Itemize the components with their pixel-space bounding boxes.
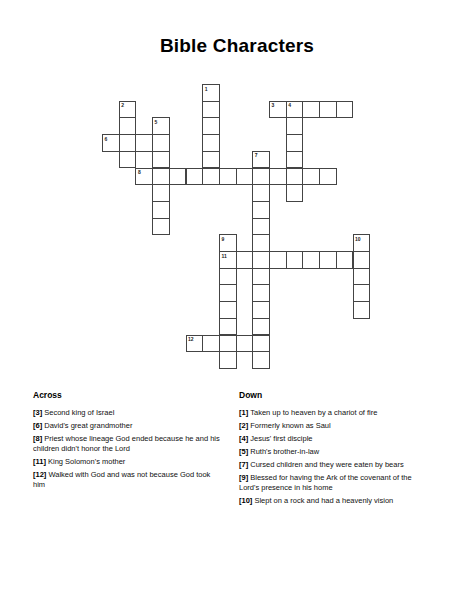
down-clue-list: [1] Taken up to heaven by a chariot of f… bbox=[239, 408, 429, 506]
cell-r12c7[interactable] bbox=[219, 284, 237, 302]
cell-r13c9[interactable] bbox=[252, 301, 270, 319]
cell-r1c13[interactable] bbox=[319, 101, 337, 119]
cell-r5c12[interactable] bbox=[302, 168, 320, 186]
cell-number-10: 10 bbox=[355, 236, 361, 242]
clue-across-11: [11] King Solomon's mother bbox=[33, 457, 224, 467]
clue-text: David's great grandmother bbox=[44, 421, 132, 430]
cell-r5c13[interactable] bbox=[319, 168, 337, 186]
cell-r2c11[interactable] bbox=[286, 117, 304, 135]
cell-r4c9[interactable]: 7 bbox=[252, 151, 270, 169]
cell-r12c9[interactable] bbox=[252, 284, 270, 302]
cell-r13c7[interactable] bbox=[219, 301, 237, 319]
cell-r5c3[interactable] bbox=[152, 168, 170, 186]
clue-down-2: [2] Formerly known as Saul bbox=[239, 421, 429, 431]
clue-across-3: [3] Second king of Israel bbox=[33, 408, 224, 418]
cell-r0c6[interactable]: 1 bbox=[202, 84, 220, 102]
clue-down-9: [9] Blessed for having the Ark of the co… bbox=[239, 473, 429, 493]
cell-number-8: 8 bbox=[138, 169, 141, 175]
cell-r11c9[interactable] bbox=[252, 268, 270, 286]
cell-r9c9[interactable] bbox=[252, 234, 270, 252]
clue-number: [9] bbox=[239, 473, 250, 482]
clue-number: [10] bbox=[239, 496, 254, 505]
cell-r6c3[interactable] bbox=[152, 184, 170, 202]
cell-number-4: 4 bbox=[288, 102, 291, 108]
cell-r9c7[interactable]: 9 bbox=[219, 234, 237, 252]
cell-r4c6[interactable] bbox=[202, 151, 220, 169]
clue-across-8: [8] Priest whose lineage God ended becau… bbox=[33, 434, 224, 454]
clue-down-1: [1] Taken up to heaven by a chariot of f… bbox=[239, 408, 429, 418]
clue-number: [3] bbox=[33, 408, 44, 417]
cell-r16c9[interactable] bbox=[252, 351, 270, 369]
cell-r15c7[interactable] bbox=[219, 335, 237, 353]
clue-number: [4] bbox=[239, 434, 250, 443]
clue-text: Jesus' first disciple bbox=[250, 434, 312, 443]
clue-text: Slept on a rock and had a heavenly visio… bbox=[254, 496, 393, 505]
cell-r10c9[interactable] bbox=[252, 251, 270, 269]
cell-r1c11[interactable]: 4 bbox=[286, 101, 304, 119]
cell-r2c6[interactable] bbox=[202, 117, 220, 135]
cell-number-2: 2 bbox=[121, 102, 124, 108]
cell-r5c5[interactable] bbox=[186, 168, 204, 186]
clue-text: Priest whose lineage God ended because h… bbox=[33, 434, 220, 453]
cell-r15c6[interactable] bbox=[202, 335, 220, 353]
cell-r6c11[interactable] bbox=[286, 184, 304, 202]
cell-r15c8[interactable] bbox=[236, 335, 254, 353]
cell-r4c11[interactable] bbox=[286, 151, 304, 169]
cell-r1c1[interactable]: 2 bbox=[119, 101, 137, 119]
cell-r14c9[interactable] bbox=[252, 318, 270, 336]
cell-r10c8[interactable] bbox=[236, 251, 254, 269]
cell-r1c14[interactable] bbox=[336, 101, 354, 119]
clue-number: [6] bbox=[33, 421, 44, 430]
crossword-page: Bible Characters 123456789101112 Across … bbox=[0, 0, 474, 613]
cell-number-5: 5 bbox=[155, 119, 158, 125]
cell-r15c5[interactable]: 12 bbox=[186, 335, 204, 353]
cell-r10c15[interactable] bbox=[353, 251, 371, 269]
cell-number-11: 11 bbox=[221, 253, 226, 259]
cell-r5c4[interactable] bbox=[169, 168, 187, 186]
cell-number-12: 12 bbox=[188, 336, 194, 342]
cell-r16c7[interactable] bbox=[219, 351, 237, 369]
clue-down-4: [4] Jesus' first disciple bbox=[239, 434, 429, 444]
cell-r4c3[interactable] bbox=[152, 151, 170, 169]
cell-r7c3[interactable] bbox=[152, 201, 170, 219]
clue-text: Walked with God and was not because God … bbox=[33, 470, 210, 489]
cell-r5c8[interactable] bbox=[236, 168, 254, 186]
cell-r15c9[interactable] bbox=[252, 335, 270, 353]
cell-r2c3[interactable]: 5 bbox=[152, 117, 170, 135]
cell-r5c10[interactable] bbox=[269, 168, 287, 186]
down-clues-section: Down [1] Taken up to heaven by a chariot… bbox=[239, 390, 429, 509]
clue-text: Blessed for having the Ark of the covena… bbox=[239, 473, 412, 492]
cell-r6c9[interactable] bbox=[252, 184, 270, 202]
across-clue-list: [3] Second king of Israel[6] David's gre… bbox=[33, 408, 224, 490]
clue-number: [8] bbox=[33, 434, 44, 443]
cell-r13c15[interactable] bbox=[353, 301, 371, 319]
clue-text: Taken up to heaven by a chariot of fire bbox=[250, 408, 377, 417]
clue-number: [1] bbox=[239, 408, 250, 417]
clue-number: [12] bbox=[33, 470, 48, 479]
clue-across-12: [12] Walked with God and was not because… bbox=[33, 470, 224, 490]
cell-r1c12[interactable] bbox=[302, 101, 320, 119]
cell-r5c2[interactable]: 8 bbox=[135, 168, 153, 186]
puzzle-title: Bible Characters bbox=[0, 35, 474, 57]
cell-r3c3[interactable] bbox=[152, 134, 170, 152]
cell-r3c0[interactable]: 6 bbox=[102, 134, 120, 152]
clue-text: King Solomon's mother bbox=[48, 457, 125, 466]
across-clues-section: Across [3] Second king of Israel[6] Davi… bbox=[33, 390, 224, 493]
cell-r12c15[interactable] bbox=[353, 284, 371, 302]
cell-r10c11[interactable] bbox=[286, 251, 304, 269]
across-heading: Across bbox=[33, 390, 224, 400]
clue-down-10: [10] Slept on a rock and had a heavenly … bbox=[239, 496, 429, 506]
clue-number: [2] bbox=[239, 421, 250, 430]
clue-text: Formerly known as Saul bbox=[250, 421, 330, 430]
cell-r7c9[interactable] bbox=[252, 201, 270, 219]
cell-r3c1[interactable] bbox=[119, 134, 137, 152]
cell-r1c6[interactable] bbox=[202, 101, 220, 119]
cell-r2c1[interactable] bbox=[119, 117, 137, 135]
cell-r14c7[interactable] bbox=[219, 318, 237, 336]
cell-r10c7[interactable]: 11 bbox=[219, 251, 237, 269]
cell-r3c6[interactable] bbox=[202, 134, 220, 152]
clue-number: [7] bbox=[239, 460, 250, 469]
cell-r9c15[interactable]: 10 bbox=[353, 234, 371, 252]
cell-r11c7[interactable] bbox=[219, 268, 237, 286]
clue-number: [5] bbox=[239, 447, 250, 456]
clue-down-5: [5] Ruth's brother-in-law bbox=[239, 447, 429, 457]
cell-r5c9[interactable] bbox=[252, 168, 270, 186]
clue-text: Cursed children and they were eaten by b… bbox=[250, 460, 403, 469]
cell-r3c2[interactable] bbox=[135, 134, 153, 152]
cell-r10c12[interactable] bbox=[302, 251, 320, 269]
cell-number-3: 3 bbox=[272, 102, 275, 108]
cell-r5c7[interactable] bbox=[219, 168, 237, 186]
cell-r1c10[interactable]: 3 bbox=[269, 101, 287, 119]
clue-number: [11] bbox=[33, 457, 48, 466]
clue-down-7: [7] Cursed children and they were eaten … bbox=[239, 460, 429, 470]
clue-text: Second king of Israel bbox=[44, 408, 114, 417]
cell-r4c1[interactable] bbox=[119, 151, 137, 169]
cell-r8c9[interactable] bbox=[252, 218, 270, 236]
cell-number-9: 9 bbox=[221, 236, 224, 242]
cell-r11c15[interactable] bbox=[353, 268, 371, 286]
cell-r5c6[interactable] bbox=[202, 168, 220, 186]
cell-r10c14[interactable] bbox=[336, 251, 354, 269]
cell-number-7: 7 bbox=[255, 152, 258, 158]
clue-across-6: [6] David's great grandmother bbox=[33, 421, 224, 431]
cell-r10c10[interactable] bbox=[269, 251, 287, 269]
down-heading: Down bbox=[239, 390, 429, 400]
cell-number-6: 6 bbox=[105, 136, 108, 142]
cell-number-1: 1 bbox=[205, 86, 208, 92]
cell-r10c13[interactable] bbox=[319, 251, 337, 269]
cell-r5c11[interactable] bbox=[286, 168, 304, 186]
cell-r3c11[interactable] bbox=[286, 134, 304, 152]
clue-text: Ruth's brother-in-law bbox=[250, 447, 319, 456]
cell-r8c3[interactable] bbox=[152, 218, 170, 236]
